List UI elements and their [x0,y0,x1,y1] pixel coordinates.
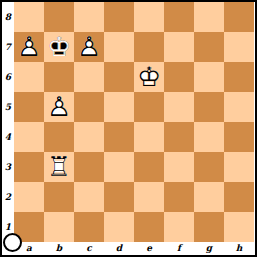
square-f6[interactable] [164,62,194,92]
square-e1[interactable] [134,212,164,242]
square-c8[interactable] [74,2,104,32]
square-h4[interactable] [224,122,254,152]
square-c2[interactable] [74,182,104,212]
white-king-outline: ♔ [134,62,164,92]
square-c6[interactable] [74,62,104,92]
square-a8[interactable] [14,2,44,32]
white-pawn-a7[interactable]: ♟♙ [14,32,44,62]
square-f8[interactable] [164,2,194,32]
square-f7[interactable] [164,32,194,62]
square-a4[interactable] [14,122,44,152]
white-rook-outline: ♖ [44,152,74,182]
square-g6[interactable] [194,62,224,92]
square-b1[interactable] [44,212,74,242]
square-h5[interactable] [224,92,254,122]
white-pawn-outline: ♙ [74,32,104,62]
square-e2[interactable] [134,182,164,212]
square-e4[interactable] [134,122,164,152]
square-d1[interactable] [104,212,134,242]
black-king-outline: ♔ [44,32,74,62]
square-e5[interactable] [134,92,164,122]
rank-label-4: 4 [2,122,14,152]
square-g5[interactable] [194,92,224,122]
board: ♟♙♚♔♟♙♚♔♟♙♜♖ [14,2,254,242]
white-to-move-indicator [3,233,22,252]
chess-diagram: 87654321 ♟♙♚♔♟♙♚♔♟♙♜♖ abcdefgh [0,0,257,257]
square-e8[interactable] [134,2,164,32]
square-d6[interactable] [104,62,134,92]
file-label-d: d [104,242,134,255]
square-c4[interactable] [74,122,104,152]
square-h1[interactable] [224,212,254,242]
square-h2[interactable] [224,182,254,212]
file-label-c: c [74,242,104,255]
square-a3[interactable] [14,152,44,182]
square-a7[interactable]: ♟♙ [14,32,44,62]
square-c7[interactable]: ♟♙ [74,32,104,62]
square-c3[interactable] [74,152,104,182]
file-label-g: g [194,242,224,255]
square-f5[interactable] [164,92,194,122]
file-label-e: e [134,242,164,255]
rank-labels: 87654321 [2,2,14,242]
rank-label-3: 3 [2,152,14,182]
square-h7[interactable] [224,32,254,62]
square-d7[interactable] [104,32,134,62]
white-pawn-b5[interactable]: ♟♙ [44,92,74,122]
file-label-h: h [224,242,254,255]
square-h8[interactable] [224,2,254,32]
square-b8[interactable] [44,2,74,32]
square-d8[interactable] [104,2,134,32]
file-label-f: f [164,242,194,255]
white-pawn-outline: ♙ [44,92,74,122]
square-f1[interactable] [164,212,194,242]
rank-label-5: 5 [2,92,14,122]
square-b4[interactable] [44,122,74,152]
square-c5[interactable] [74,92,104,122]
square-h6[interactable] [224,62,254,92]
square-f2[interactable] [164,182,194,212]
square-e6[interactable]: ♚♔ [134,62,164,92]
square-a6[interactable] [14,62,44,92]
square-b2[interactable] [44,182,74,212]
square-f3[interactable] [164,152,194,182]
rank-label-2: 2 [2,182,14,212]
square-g3[interactable] [194,152,224,182]
rank-label-8: 8 [2,2,14,32]
square-b6[interactable] [44,62,74,92]
square-d2[interactable] [104,182,134,212]
rank-label-7: 7 [2,32,14,62]
square-c1[interactable] [74,212,104,242]
square-b3[interactable]: ♜♖ [44,152,74,182]
square-h3[interactable] [224,152,254,182]
square-b5[interactable]: ♟♙ [44,92,74,122]
square-g1[interactable] [194,212,224,242]
file-label-b: b [44,242,74,255]
square-e3[interactable] [134,152,164,182]
square-d3[interactable] [104,152,134,182]
square-e7[interactable] [134,32,164,62]
white-pawn-c7[interactable]: ♟♙ [74,32,104,62]
square-g4[interactable] [194,122,224,152]
square-d5[interactable] [104,92,134,122]
square-f4[interactable] [164,122,194,152]
white-rook-b3[interactable]: ♜♖ [44,152,74,182]
file-labels: abcdefgh [14,242,254,255]
square-g7[interactable] [194,32,224,62]
square-d4[interactable] [104,122,134,152]
square-a2[interactable] [14,182,44,212]
white-king-e6[interactable]: ♚♔ [134,62,164,92]
square-b7[interactable]: ♚♔ [44,32,74,62]
square-a5[interactable] [14,92,44,122]
rank-label-6: 6 [2,62,14,92]
white-pawn-outline: ♙ [14,32,44,62]
square-g2[interactable] [194,182,224,212]
black-king-b7[interactable]: ♚♔ [44,32,74,62]
square-g8[interactable] [194,2,224,32]
